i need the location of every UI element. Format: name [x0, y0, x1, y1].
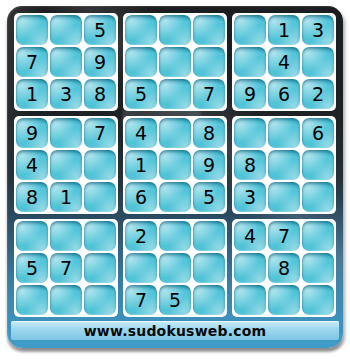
cell-r2c5[interactable] [159, 47, 191, 77]
cell-r3c3[interactable]: 8 [84, 79, 116, 109]
footer-band: www.sudokusweb.com [11, 321, 339, 340]
cell-r9c9[interactable] [302, 285, 334, 315]
cell-r8c4[interactable] [125, 253, 157, 283]
cell-r4c8[interactable] [268, 118, 300, 148]
cell-r1c1[interactable] [16, 15, 48, 45]
cell-r9c6[interactable] [193, 285, 225, 315]
cell-r4c6[interactable]: 8 [193, 118, 225, 148]
cell-r7c9[interactable] [302, 221, 334, 251]
sudoku-grid: 579138 57 134962 97481 481965 683 57 275… [14, 13, 336, 317]
cell-r6c1[interactable]: 8 [16, 182, 48, 212]
cell-r1c6[interactable] [193, 15, 225, 45]
cell-r4c1[interactable]: 9 [16, 118, 48, 148]
cell-r5c8[interactable] [268, 150, 300, 180]
cell-r2c3[interactable]: 9 [84, 47, 116, 77]
cell-r5c9[interactable] [302, 150, 334, 180]
cell-r6c4[interactable]: 6 [125, 182, 157, 212]
cell-r2c6[interactable] [193, 47, 225, 77]
cell-r7c1[interactable] [16, 221, 48, 251]
cell-r6c3[interactable] [84, 182, 116, 212]
cell-r8c5[interactable] [159, 253, 191, 283]
cell-r3c4[interactable]: 5 [125, 79, 157, 109]
cell-r3c2[interactable]: 3 [50, 79, 82, 109]
sudoku-box: 481965 [123, 116, 227, 214]
cell-r7c4[interactable]: 2 [125, 221, 157, 251]
cell-r9c3[interactable] [84, 285, 116, 315]
cell-r2c4[interactable] [125, 47, 157, 77]
cell-r8c1[interactable]: 5 [16, 253, 48, 283]
cell-r5c1[interactable]: 4 [16, 150, 48, 180]
cell-r3c8[interactable]: 6 [268, 79, 300, 109]
cell-r9c4[interactable]: 7 [125, 285, 157, 315]
cell-r1c2[interactable] [50, 15, 82, 45]
sudoku-box: 97481 [14, 116, 118, 214]
sudoku-box: 478 [232, 219, 336, 317]
cell-r4c2[interactable] [50, 118, 82, 148]
sudoku-box: 275 [123, 219, 227, 317]
cell-r3c6[interactable]: 7 [193, 79, 225, 109]
cell-r5c5[interactable] [159, 150, 191, 180]
cell-r6c8[interactable] [268, 182, 300, 212]
sudoku-box: 579138 [14, 13, 118, 111]
cell-r5c6[interactable]: 9 [193, 150, 225, 180]
cell-r2c8[interactable]: 4 [268, 47, 300, 77]
cell-r4c4[interactable]: 4 [125, 118, 157, 148]
cell-r1c8[interactable]: 1 [268, 15, 300, 45]
cell-r2c2[interactable] [50, 47, 82, 77]
cell-r5c3[interactable] [84, 150, 116, 180]
site-url-link[interactable]: www.sudokusweb.com [84, 323, 267, 339]
cell-r1c3[interactable]: 5 [84, 15, 116, 45]
cell-r1c9[interactable]: 3 [302, 15, 334, 45]
cell-r1c7[interactable] [234, 15, 266, 45]
cell-r2c7[interactable] [234, 47, 266, 77]
cell-r9c2[interactable] [50, 285, 82, 315]
cell-r8c8[interactable]: 8 [268, 253, 300, 283]
cell-r2c1[interactable]: 7 [16, 47, 48, 77]
cell-r6c7[interactable]: 3 [234, 182, 266, 212]
cell-r9c8[interactable] [268, 285, 300, 315]
cell-r7c6[interactable] [193, 221, 225, 251]
cell-r5c7[interactable]: 8 [234, 150, 266, 180]
sudoku-box: 683 [232, 116, 336, 214]
cell-r6c5[interactable] [159, 182, 191, 212]
cell-r6c2[interactable]: 1 [50, 182, 82, 212]
cell-r5c2[interactable] [50, 150, 82, 180]
cell-r6c6[interactable]: 5 [193, 182, 225, 212]
cell-r4c7[interactable] [234, 118, 266, 148]
cell-r1c4[interactable] [125, 15, 157, 45]
sudoku-board: 579138 57 134962 97481 481965 683 57 275… [7, 6, 343, 348]
cell-r9c5[interactable]: 5 [159, 285, 191, 315]
cell-r4c3[interactable]: 7 [84, 118, 116, 148]
cell-r5c4[interactable]: 1 [125, 150, 157, 180]
cell-r2c9[interactable] [302, 47, 334, 77]
cell-r7c5[interactable] [159, 221, 191, 251]
cell-r7c2[interactable] [50, 221, 82, 251]
sudoku-box: 57 [123, 13, 227, 111]
cell-r1c5[interactable] [159, 15, 191, 45]
sudoku-box: 134962 [232, 13, 336, 111]
cell-r3c7[interactable]: 9 [234, 79, 266, 109]
cell-r6c9[interactable] [302, 182, 334, 212]
cell-r8c7[interactable] [234, 253, 266, 283]
cell-r3c9[interactable]: 2 [302, 79, 334, 109]
cell-r7c3[interactable] [84, 221, 116, 251]
cell-r4c9[interactable]: 6 [302, 118, 334, 148]
cell-r7c7[interactable]: 4 [234, 221, 266, 251]
cell-r8c9[interactable] [302, 253, 334, 283]
cell-r9c7[interactable] [234, 285, 266, 315]
cell-r9c1[interactable] [16, 285, 48, 315]
cell-r8c3[interactable] [84, 253, 116, 283]
cell-r4c5[interactable] [159, 118, 191, 148]
cell-r8c2[interactable]: 7 [50, 253, 82, 283]
cell-r7c8[interactable]: 7 [268, 221, 300, 251]
cell-r3c1[interactable]: 1 [16, 79, 48, 109]
sudoku-box: 57 [14, 219, 118, 317]
cell-r3c5[interactable] [159, 79, 191, 109]
cell-r8c6[interactable] [193, 253, 225, 283]
